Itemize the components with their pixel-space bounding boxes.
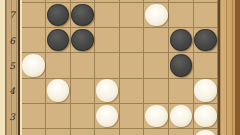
board-cell[interactable] [95,28,120,53]
game-board-viewport: 76543 [0,0,240,135]
board-cell[interactable] [169,79,194,104]
board-cell[interactable] [71,53,96,78]
board-cell[interactable] [194,3,219,28]
white-disc[interactable] [96,105,119,128]
board-cell[interactable] [46,104,71,129]
board-cell[interactable] [22,104,47,129]
board-cell[interactable] [194,104,219,129]
row-label-3: 3 [6,111,18,123]
board-cell[interactable] [22,129,47,135]
black-disc[interactable] [71,4,94,27]
board [22,0,219,135]
black-disc[interactable] [170,54,193,77]
white-disc[interactable] [145,4,168,27]
board-cell[interactable] [120,3,145,28]
black-disc[interactable] [71,29,94,52]
board-cell[interactable] [71,3,96,28]
board-cell[interactable] [144,3,169,28]
board-cell[interactable] [120,28,145,53]
black-disc[interactable] [47,29,70,52]
board-cell[interactable] [71,79,96,104]
white-disc[interactable] [96,79,119,102]
white-disc[interactable] [194,130,217,135]
board-cell[interactable] [144,129,169,135]
board-cell[interactable] [71,104,96,129]
board-cell[interactable] [194,28,219,53]
board-frame-right [218,0,240,135]
board-cell[interactable] [46,79,71,104]
row-label-6: 6 [6,35,18,47]
board-cell[interactable] [46,28,71,53]
board-cell[interactable] [95,104,120,129]
board-cell[interactable] [120,104,145,129]
row-label-5: 5 [6,60,18,72]
white-disc[interactable] [194,79,217,102]
board-cell[interactable] [95,129,120,135]
board-cell[interactable] [169,129,194,135]
board-cell[interactable] [71,129,96,135]
board-cell[interactable] [144,79,169,104]
board-cell[interactable] [22,28,47,53]
board-cell[interactable] [46,3,71,28]
white-disc[interactable] [170,105,193,128]
board-cell[interactable] [169,3,194,28]
black-disc[interactable] [194,29,217,52]
white-disc[interactable] [194,105,217,128]
board-cell[interactable] [95,53,120,78]
row-label-rail: 76543 [5,0,20,135]
board-cell[interactable] [46,129,71,135]
board-cell[interactable] [169,53,194,78]
board-cell[interactable] [22,79,47,104]
board-cell[interactable] [169,104,194,129]
board-cell[interactable] [71,28,96,53]
board-cell[interactable] [194,79,219,104]
row-label-7: 7 [6,9,18,21]
board-cell[interactable] [22,3,47,28]
white-disc[interactable] [145,105,168,128]
board-cell[interactable] [144,53,169,78]
board-cell[interactable] [95,3,120,28]
row-label-4: 4 [6,85,18,97]
board-cell[interactable] [194,129,219,135]
board-cell[interactable] [144,104,169,129]
board-cell[interactable] [95,79,120,104]
board-cell[interactable] [169,28,194,53]
white-disc[interactable] [47,79,70,102]
board-cell[interactable] [144,28,169,53]
black-disc[interactable] [170,29,193,52]
board-cell[interactable] [120,79,145,104]
board-cell[interactable] [120,53,145,78]
board-cell[interactable] [46,53,71,78]
white-disc[interactable] [22,54,45,77]
board-cell[interactable] [194,53,219,78]
board-cell[interactable] [120,129,145,135]
board-cell[interactable] [22,53,47,78]
board-frame-outer-edge [235,0,240,135]
black-disc[interactable] [47,4,70,27]
